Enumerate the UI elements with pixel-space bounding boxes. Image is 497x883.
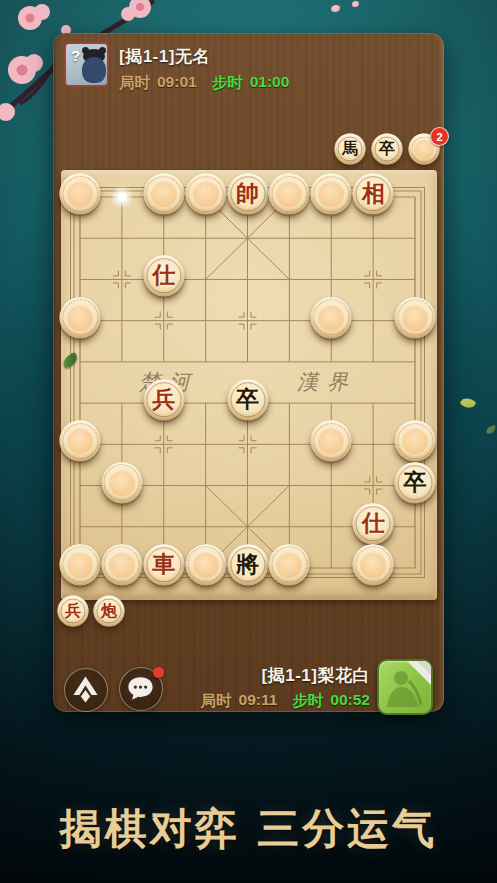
last-move-highlight [117,193,126,202]
image-button[interactable] [377,659,433,715]
game-time-label: 局时 [201,691,232,712]
xiangqi-piece-車[interactable]: 車 [143,544,184,585]
hidden-piece[interactable] [353,544,394,585]
move-time-value: 01:00 [250,73,290,94]
screen: ? [揭1-1]无名 局时 09:01 步时 01:00 馬卒2 楚河 漢界 帥… [0,0,497,883]
petal-decoration [331,5,340,12]
leaf-decoration [459,395,476,411]
move-time-label: 步时 [292,691,323,712]
top-player-name: [揭1-1]无名 [119,45,210,68]
xiangqi-piece-將[interactable]: 將 [227,544,268,585]
hidden-piece[interactable] [143,173,184,214]
bottom-player-name: [揭1-1]梨花白 [201,664,370,687]
person-picture-icon [379,661,431,713]
hidden-piece[interactable] [311,173,352,214]
hidden-piece[interactable] [101,462,142,503]
game-time-value: 09:11 [239,691,278,712]
hidden-piece[interactable] [101,544,142,585]
xiangqi-board[interactable]: 楚河 漢界 帥相仕兵卒卒仕車將 [61,170,437,600]
captured-hidden-piece [409,134,440,165]
hidden-captured-count-badge: 2 [430,127,449,146]
pieces-layer: 帥相仕兵卒卒仕車將 [61,170,437,600]
leaf-decoration [485,425,496,434]
hidden-piece[interactable] [395,297,436,338]
chevron-up-icon [65,669,106,710]
captured-piece-炮: 炮 [94,596,125,627]
xiangqi-piece-相[interactable]: 相 [353,173,394,214]
hidden-piece[interactable] [60,544,101,585]
captured-piece-卒: 卒 [372,134,403,165]
xiangqi-piece-兵[interactable]: 兵 [143,379,184,420]
xiangqi-piece-仕[interactable]: 仕 [353,503,394,544]
captured-piece-馬: 馬 [335,134,366,165]
game-time-label: 局时 [119,73,150,94]
move-time-label: 步时 [212,73,243,94]
bottom-player-timers: 局时 09:11 步时 00:52 [201,691,370,712]
hidden-piece[interactable] [269,544,310,585]
xiangqi-piece-仕[interactable]: 仕 [143,256,184,297]
hidden-piece[interactable] [311,421,352,462]
game-time-value: 09:01 [157,73,197,94]
hidden-piece[interactable] [185,544,226,585]
xiangqi-piece-卒[interactable]: 卒 [395,462,436,503]
captured-piece-兵: 兵 [58,596,89,627]
petal-decoration [352,1,359,7]
top-player-timers: 局时 09:01 步时 01:00 [119,73,289,94]
avatar-question-mark: ? [71,47,80,64]
xiangqi-piece-帥[interactable]: 帥 [227,173,268,214]
hidden-piece[interactable] [395,421,436,462]
chat-notification-dot [153,667,164,678]
hidden-piece[interactable] [60,173,101,214]
hidden-piece[interactable] [60,297,101,338]
xiangqi-piece-卒[interactable]: 卒 [227,379,268,420]
wood-panel: ? [揭1-1]无名 局时 09:01 步时 01:00 馬卒2 楚河 漢界 帥… [53,33,444,712]
top-player-avatar[interactable]: ? [64,42,109,87]
hidden-piece[interactable] [269,173,310,214]
hidden-piece[interactable] [311,297,352,338]
hidden-piece[interactable] [185,173,226,214]
menu-up-button[interactable] [64,668,108,712]
hidden-piece[interactable] [60,421,101,462]
move-time-value: 00:52 [330,691,370,712]
banner-text: 揭棋对弈 三分运气 [0,801,497,857]
